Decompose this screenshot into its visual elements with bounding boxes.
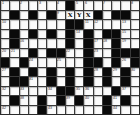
clue-number: 44 — [113, 106, 117, 110]
clue-number: 38 — [20, 96, 24, 100]
white-cell[interactable]: 20 — [1, 49, 9, 58]
white-cell[interactable]: 9 — [57, 11, 65, 20]
black-cell — [112, 11, 120, 20]
black-cell — [1, 58, 9, 67]
white-cell[interactable] — [38, 11, 46, 20]
white-cell[interactable]: 39 — [66, 96, 74, 105]
black-cell — [112, 87, 120, 96]
white-cell[interactable] — [10, 20, 18, 29]
black-cell — [10, 11, 18, 20]
black-cell — [20, 58, 28, 67]
clue-number: 9 — [57, 11, 59, 15]
white-cell[interactable] — [10, 58, 18, 67]
white-cell[interactable] — [75, 77, 83, 86]
white-cell[interactable] — [131, 11, 139, 20]
white-cell[interactable] — [10, 106, 18, 115]
clue-number: 43 — [48, 106, 52, 110]
white-cell[interactable] — [75, 68, 83, 77]
white-cell[interactable]: 16 — [20, 39, 28, 48]
white-cell[interactable]: 26 — [121, 58, 129, 67]
black-cell — [29, 11, 37, 20]
black-cell — [38, 106, 46, 115]
white-cell[interactable]: 21 — [10, 49, 18, 58]
white-cell[interactable] — [29, 1, 37, 10]
clue-number: 15 — [122, 30, 126, 34]
clue-number: 12 — [94, 20, 98, 24]
black-cell — [112, 58, 120, 67]
white-cell[interactable]: 6 — [84, 1, 92, 10]
clue-number: 25 — [57, 58, 61, 62]
white-cell[interactable]: 29 — [112, 68, 120, 77]
white-cell[interactable] — [20, 68, 28, 77]
white-cell[interactable] — [94, 96, 102, 105]
white-cell[interactable] — [57, 30, 65, 39]
clue-number: 3 — [39, 1, 41, 5]
white-cell[interactable] — [75, 39, 83, 48]
black-cell — [29, 30, 37, 39]
white-cell[interactable] — [29, 20, 37, 29]
clue-number: 10 — [2, 20, 6, 24]
white-cell[interactable] — [94, 77, 102, 86]
white-cell[interactable]: 40 — [84, 96, 92, 105]
clue-number: 13 — [122, 20, 126, 24]
white-cell[interactable]: 28 — [94, 68, 102, 77]
white-cell[interactable]: 32 — [1, 87, 9, 96]
black-cell — [75, 96, 83, 105]
clue-number: 32 — [2, 87, 6, 91]
white-cell[interactable] — [38, 20, 46, 29]
white-cell[interactable] — [20, 20, 28, 29]
white-cell[interactable]: 24 — [29, 58, 37, 67]
black-cell — [10, 77, 18, 86]
black-cell — [84, 68, 92, 77]
white-cell[interactable]: 12 — [94, 20, 102, 29]
black-cell — [66, 77, 74, 86]
clue-number: 30 — [131, 68, 135, 72]
white-cell[interactable] — [1, 77, 9, 86]
white-cell[interactable]: 2 — [20, 1, 28, 10]
black-cell — [103, 96, 111, 105]
black-cell — [131, 49, 139, 58]
black-cell — [121, 77, 129, 86]
clue-number: 41 — [113, 96, 117, 100]
clue-number: 39 — [66, 96, 70, 100]
clue-number: 21 — [11, 49, 15, 53]
black-cell — [66, 20, 74, 29]
white-cell[interactable] — [29, 87, 37, 96]
black-cell — [47, 68, 55, 77]
black-cell — [29, 68, 37, 77]
clue-number: 6 — [85, 1, 87, 5]
clue-number: 42 — [2, 106, 6, 110]
white-cell[interactable] — [131, 96, 139, 105]
black-cell — [121, 11, 129, 20]
cell-letter: Y — [77, 12, 82, 17]
white-cell[interactable] — [38, 68, 46, 77]
black-cell — [75, 20, 83, 29]
white-cell[interactable]: 34 — [47, 87, 55, 96]
clue-number: 1 — [2, 1, 4, 5]
black-cell — [66, 30, 74, 39]
black-cell — [84, 30, 92, 39]
clue-number: 35 — [76, 87, 80, 91]
clue-number: 24 — [29, 58, 33, 62]
white-cell[interactable] — [38, 49, 46, 58]
black-cell — [94, 11, 102, 20]
clue-number: 2 — [20, 1, 22, 5]
white-cell[interactable]: 10 — [1, 20, 9, 29]
black-cell — [84, 58, 92, 67]
black-cell — [103, 30, 111, 39]
white-cell[interactable]: 17 — [94, 39, 102, 48]
white-cell[interactable]: X — [84, 11, 92, 20]
white-cell[interactable]: 43 — [47, 106, 55, 115]
white-cell[interactable] — [1, 96, 9, 105]
black-cell — [103, 68, 111, 77]
clue-number: 20 — [2, 49, 6, 53]
clue-number: 29 — [113, 68, 117, 72]
black-cell — [94, 58, 102, 67]
white-cell[interactable] — [57, 39, 65, 48]
white-cell[interactable] — [94, 1, 102, 10]
black-cell — [112, 49, 120, 58]
white-cell[interactable] — [47, 1, 55, 10]
black-cell — [29, 49, 37, 58]
white-cell[interactable] — [131, 39, 139, 48]
clue-number: 37 — [122, 87, 126, 91]
black-cell — [10, 30, 18, 39]
white-cell[interactable] — [47, 20, 55, 29]
white-cell[interactable] — [131, 87, 139, 96]
white-cell[interactable] — [38, 58, 46, 67]
white-cell[interactable] — [47, 58, 55, 67]
white-cell[interactable] — [57, 68, 65, 77]
white-cell[interactable]: 42 — [1, 106, 9, 115]
clue-number: 27 — [2, 68, 6, 72]
white-cell[interactable] — [103, 58, 111, 67]
clue-number: 17 — [94, 39, 98, 43]
white-cell[interactable] — [66, 106, 74, 115]
white-cell[interactable] — [10, 87, 18, 96]
white-cell[interactable] — [94, 87, 102, 96]
white-cell[interactable] — [47, 39, 55, 48]
black-cell — [47, 11, 55, 20]
black-cell — [47, 30, 55, 39]
white-cell[interactable] — [38, 77, 46, 86]
white-cell[interactable] — [1, 30, 9, 39]
white-cell[interactable] — [1, 11, 9, 20]
white-cell[interactable]: 27 — [1, 68, 9, 77]
black-cell — [103, 77, 111, 86]
black-cell — [47, 49, 55, 58]
white-cell[interactable] — [38, 30, 46, 39]
clue-number: 22 — [66, 49, 70, 53]
black-cell — [84, 77, 92, 86]
white-cell[interactable]: 5 — [75, 1, 83, 10]
white-cell[interactable]: 41 — [112, 96, 120, 105]
white-cell[interactable]: 15 — [121, 30, 129, 39]
white-cell[interactable]: 19 — [121, 39, 129, 48]
white-cell[interactable] — [131, 30, 139, 39]
clue-number: 11 — [85, 20, 89, 24]
white-cell[interactable] — [131, 20, 139, 29]
white-cell[interactable] — [20, 11, 28, 20]
black-cell — [121, 68, 129, 77]
clue-number: 18 — [103, 39, 107, 43]
cell-letter: X — [67, 12, 72, 17]
white-cell[interactable] — [131, 77, 139, 86]
clue-number: 4 — [57, 1, 59, 5]
cell-letter: X — [86, 12, 91, 17]
white-cell[interactable] — [103, 87, 111, 96]
white-cell[interactable] — [94, 106, 102, 115]
white-cell[interactable]: 1 — [1, 1, 9, 10]
clue-number: 23 — [94, 49, 98, 53]
white-cell[interactable]: 13 — [121, 20, 129, 29]
black-cell — [112, 30, 120, 39]
black-cell — [20, 77, 28, 86]
white-cell[interactable] — [20, 106, 28, 115]
white-cell[interactable] — [29, 39, 37, 48]
white-cell[interactable] — [20, 49, 28, 58]
white-cell[interactable] — [103, 49, 111, 58]
black-cell — [121, 96, 129, 105]
black-cell — [84, 39, 92, 48]
white-cell[interactable] — [75, 58, 83, 67]
black-cell — [57, 96, 65, 105]
white-cell[interactable] — [38, 39, 46, 48]
white-cell[interactable] — [38, 87, 46, 96]
black-cell — [10, 96, 18, 105]
white-cell[interactable] — [103, 20, 111, 29]
clue-number: 34 — [48, 87, 52, 91]
white-cell[interactable]: 14 — [75, 30, 83, 39]
clue-number: 28 — [94, 68, 98, 72]
white-cell[interactable] — [112, 20, 120, 29]
black-cell — [121, 49, 129, 58]
clue-number: 33 — [20, 87, 24, 91]
white-cell[interactable]: 11 — [84, 20, 92, 29]
white-cell[interactable]: 36 — [84, 87, 92, 96]
white-cell[interactable] — [112, 77, 120, 86]
white-cell[interactable]: 30 — [131, 68, 139, 77]
black-cell — [47, 77, 55, 86]
black-cell — [57, 49, 65, 58]
black-cell — [84, 49, 92, 58]
white-cell[interactable]: 8 — [131, 1, 139, 10]
white-cell[interactable]: 3 — [38, 1, 46, 10]
white-cell[interactable] — [75, 106, 83, 115]
white-cell[interactable] — [75, 49, 83, 58]
black-cell — [103, 106, 111, 115]
white-cell[interactable] — [1, 39, 9, 48]
white-cell[interactable]: 4 — [57, 1, 65, 10]
black-cell — [66, 87, 74, 96]
white-cell[interactable]: 33 — [20, 87, 28, 96]
clue-number: 5 — [76, 1, 78, 5]
clue-number: 19 — [122, 39, 126, 43]
white-cell[interactable] — [94, 30, 102, 39]
white-cell[interactable] — [103, 11, 111, 20]
white-cell[interactable] — [121, 106, 129, 115]
black-cell — [57, 87, 65, 96]
white-cell[interactable]: 25 — [57, 58, 65, 67]
black-cell — [66, 39, 74, 48]
clue-number: 7 — [103, 1, 105, 5]
white-cell[interactable]: 23 — [94, 49, 102, 58]
clue-number: 31 — [29, 77, 33, 81]
black-cell — [66, 1, 74, 10]
white-cell[interactable]: 44 — [112, 106, 120, 115]
white-cell[interactable] — [57, 20, 65, 29]
white-cell[interactable] — [10, 1, 18, 10]
white-cell[interactable]: 7 — [103, 1, 111, 10]
white-cell[interactable] — [47, 96, 55, 105]
white-cell[interactable]: 37 — [121, 87, 129, 96]
white-cell[interactable]: 35 — [75, 87, 83, 96]
clue-number: 36 — [85, 87, 89, 91]
white-cell[interactable]: 18 — [103, 39, 111, 48]
white-cell[interactable] — [57, 106, 65, 115]
clue-number: 26 — [122, 58, 126, 62]
white-cell[interactable]: 22 — [66, 49, 74, 58]
crossword-grid: 123456789XYX1011121314151617181920212223… — [0, 0, 140, 115]
white-cell[interactable] — [20, 30, 28, 39]
white-cell[interactable]: X — [66, 11, 74, 20]
white-cell[interactable] — [29, 106, 37, 115]
clue-number: 40 — [85, 96, 89, 100]
white-cell[interactable] — [84, 106, 92, 115]
black-cell — [131, 58, 139, 67]
clue-number: 14 — [76, 30, 80, 34]
white-cell[interactable]: Y — [75, 11, 83, 20]
white-cell[interactable] — [66, 58, 74, 67]
white-cell[interactable] — [121, 1, 129, 10]
white-cell[interactable]: 38 — [20, 96, 28, 105]
clue-number: 8 — [131, 1, 133, 5]
black-cell — [112, 39, 120, 48]
black-cell — [10, 68, 18, 77]
white-cell[interactable] — [57, 77, 65, 86]
white-cell[interactable] — [131, 106, 139, 115]
black-cell — [66, 68, 74, 77]
white-cell[interactable]: 31 — [29, 77, 37, 86]
white-cell[interactable] — [29, 96, 37, 105]
clue-number: 16 — [20, 39, 24, 43]
white-cell[interactable] — [112, 1, 120, 10]
black-cell — [38, 96, 46, 105]
black-cell — [10, 39, 18, 48]
